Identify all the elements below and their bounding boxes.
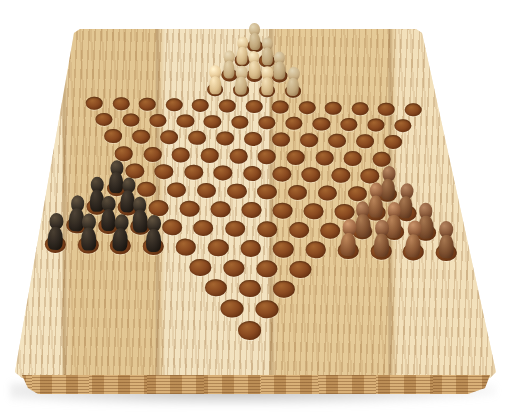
hole[interactable] bbox=[256, 260, 278, 278]
peg-natural[interactable] bbox=[248, 51, 261, 80]
peg-natural[interactable] bbox=[236, 36, 249, 64]
peg-brown[interactable] bbox=[368, 183, 383, 218]
hole[interactable] bbox=[143, 147, 162, 162]
hole[interactable] bbox=[104, 129, 122, 144]
hole[interactable] bbox=[137, 182, 157, 198]
hole[interactable] bbox=[180, 201, 200, 217]
hole[interactable] bbox=[162, 219, 183, 236]
hole[interactable] bbox=[166, 98, 183, 112]
hole[interactable] bbox=[204, 114, 222, 128]
hole[interactable] bbox=[404, 103, 421, 117]
hole[interactable] bbox=[149, 113, 167, 127]
peg-natural[interactable] bbox=[223, 50, 235, 79]
hole[interactable] bbox=[197, 183, 217, 199]
hole[interactable] bbox=[258, 149, 277, 164]
hole[interactable] bbox=[114, 146, 133, 161]
hole[interactable] bbox=[315, 150, 334, 165]
hole[interactable] bbox=[244, 132, 262, 147]
hole[interactable] bbox=[208, 239, 229, 256]
hole[interactable] bbox=[340, 117, 358, 131]
hole[interactable] bbox=[320, 222, 341, 239]
hole[interactable] bbox=[302, 167, 321, 182]
hole[interactable] bbox=[184, 165, 203, 180]
hole[interactable] bbox=[272, 132, 290, 147]
hole[interactable] bbox=[205, 279, 227, 297]
peg-natural[interactable] bbox=[261, 66, 273, 95]
peg-natural[interactable] bbox=[235, 65, 249, 95]
hole[interactable] bbox=[149, 200, 169, 216]
hole[interactable] bbox=[328, 134, 346, 149]
hole[interactable] bbox=[257, 184, 277, 200]
hole[interactable] bbox=[272, 203, 292, 219]
hole[interactable] bbox=[286, 150, 305, 165]
hole[interactable] bbox=[243, 166, 262, 181]
hole[interactable] bbox=[219, 99, 236, 113]
hole[interactable] bbox=[303, 203, 323, 219]
hole[interactable] bbox=[172, 147, 191, 162]
peg-natural[interactable] bbox=[286, 66, 300, 96]
hole[interactable] bbox=[213, 165, 232, 180]
hole[interactable] bbox=[290, 261, 312, 279]
hole[interactable] bbox=[367, 118, 385, 132]
hole[interactable] bbox=[95, 112, 113, 126]
hole[interactable] bbox=[155, 164, 174, 179]
hole[interactable] bbox=[378, 102, 395, 116]
peg-brown[interactable] bbox=[340, 219, 357, 256]
hole[interactable] bbox=[225, 220, 246, 237]
hole[interactable] bbox=[394, 118, 412, 132]
hole[interactable] bbox=[176, 114, 194, 128]
hole[interactable] bbox=[305, 241, 326, 258]
hole[interactable] bbox=[188, 131, 206, 146]
hole[interactable] bbox=[229, 148, 248, 163]
hole[interactable] bbox=[200, 148, 219, 163]
hole[interactable] bbox=[313, 117, 331, 131]
hole[interactable] bbox=[351, 102, 368, 116]
peg-natural[interactable] bbox=[209, 65, 222, 94]
hole[interactable] bbox=[318, 185, 338, 201]
hole[interactable] bbox=[221, 300, 244, 318]
hole[interactable] bbox=[300, 133, 318, 148]
hole[interactable] bbox=[211, 201, 231, 217]
peg-natural[interactable] bbox=[273, 51, 286, 80]
hole[interactable] bbox=[348, 186, 368, 202]
peg-natural[interactable] bbox=[249, 23, 261, 50]
hole[interactable] bbox=[287, 185, 307, 201]
hole[interactable] bbox=[325, 101, 342, 115]
hole[interactable] bbox=[223, 259, 245, 277]
hole[interactable] bbox=[344, 151, 363, 166]
hole[interactable] bbox=[189, 259, 211, 277]
hole[interactable] bbox=[192, 98, 209, 112]
hole[interactable] bbox=[231, 115, 249, 129]
peg-natural[interactable] bbox=[261, 37, 273, 65]
hole[interactable] bbox=[122, 113, 140, 127]
hole[interactable] bbox=[273, 280, 295, 298]
hole[interactable] bbox=[258, 116, 276, 130]
peg-brown[interactable] bbox=[438, 221, 454, 258]
hole[interactable] bbox=[298, 100, 315, 114]
hole[interactable] bbox=[175, 239, 196, 256]
hole[interactable] bbox=[273, 241, 294, 258]
hole[interactable] bbox=[256, 300, 279, 318]
hole[interactable] bbox=[272, 100, 289, 114]
hole[interactable] bbox=[372, 151, 391, 166]
hole[interactable] bbox=[272, 167, 291, 182]
hole[interactable] bbox=[132, 129, 150, 144]
board-photo bbox=[0, 0, 517, 417]
hole[interactable] bbox=[245, 99, 262, 113]
peg-black[interactable] bbox=[112, 214, 129, 251]
hole[interactable] bbox=[285, 116, 303, 130]
peg-black[interactable] bbox=[146, 215, 161, 252]
hole[interactable] bbox=[289, 222, 310, 239]
peg-brown[interactable] bbox=[405, 220, 423, 258]
hole[interactable] bbox=[331, 168, 350, 183]
hole[interactable] bbox=[227, 184, 247, 200]
hole[interactable] bbox=[139, 97, 156, 111]
hole[interactable] bbox=[240, 240, 261, 257]
hole[interactable] bbox=[356, 134, 374, 149]
peg-layer bbox=[0, 0, 517, 417]
hole[interactable] bbox=[237, 321, 260, 340]
hole[interactable] bbox=[112, 97, 129, 111]
hole[interactable] bbox=[257, 221, 278, 238]
peg-brown[interactable] bbox=[374, 220, 389, 257]
peg-black[interactable] bbox=[80, 213, 96, 250]
hole[interactable] bbox=[384, 135, 402, 150]
hole[interactable] bbox=[86, 96, 103, 110]
hole[interactable] bbox=[242, 202, 262, 218]
hole[interactable] bbox=[216, 131, 234, 146]
hole[interactable] bbox=[239, 280, 261, 298]
hole[interactable] bbox=[167, 182, 187, 198]
hole[interactable] bbox=[160, 130, 178, 145]
peg-black[interactable] bbox=[47, 213, 64, 250]
hole[interactable] bbox=[193, 220, 214, 237]
